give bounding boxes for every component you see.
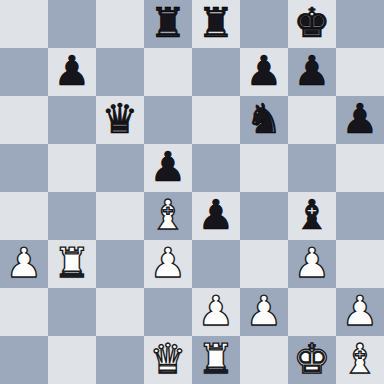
square-f4[interactable] (240, 192, 288, 240)
square-e6[interactable] (192, 96, 240, 144)
black-pawn[interactable]: ♟ (54, 47, 91, 95)
square-g4[interactable]: ♝ (288, 192, 336, 240)
square-d7[interactable] (144, 48, 192, 96)
square-f3[interactable] (240, 240, 288, 288)
white-king[interactable]: ♚ (294, 335, 331, 383)
square-b8[interactable] (48, 0, 96, 48)
square-g7[interactable]: ♟ (288, 48, 336, 96)
square-a5[interactable] (0, 144, 48, 192)
square-h6[interactable]: ♟ (336, 96, 384, 144)
square-h4[interactable] (336, 192, 384, 240)
square-h1[interactable]: ♝ (336, 336, 384, 384)
square-g2[interactable] (288, 288, 336, 336)
square-e8[interactable]: ♜ (192, 0, 240, 48)
square-e1[interactable]: ♜ (192, 336, 240, 384)
square-f6[interactable]: ♞ (240, 96, 288, 144)
square-f7[interactable]: ♟ (240, 48, 288, 96)
square-e5[interactable] (192, 144, 240, 192)
square-h2[interactable]: ♟ (336, 288, 384, 336)
square-b5[interactable] (48, 144, 96, 192)
square-h3[interactable] (336, 240, 384, 288)
square-h8[interactable] (336, 0, 384, 48)
white-pawn[interactable]: ♟ (342, 287, 379, 335)
square-b3[interactable]: ♜ (48, 240, 96, 288)
square-e3[interactable] (192, 240, 240, 288)
square-c5[interactable] (96, 144, 144, 192)
square-d1[interactable]: ♛ (144, 336, 192, 384)
square-g3[interactable]: ♟ (288, 240, 336, 288)
square-a3[interactable]: ♟ (0, 240, 48, 288)
square-d5[interactable]: ♟ (144, 144, 192, 192)
white-pawn[interactable]: ♟ (246, 287, 283, 335)
square-c4[interactable] (96, 192, 144, 240)
square-a1[interactable] (0, 336, 48, 384)
white-rook[interactable]: ♜ (54, 239, 91, 287)
square-c6[interactable]: ♛ (96, 96, 144, 144)
black-rook[interactable]: ♜ (150, 0, 187, 47)
square-a6[interactable] (0, 96, 48, 144)
square-f5[interactable] (240, 144, 288, 192)
square-g6[interactable] (288, 96, 336, 144)
square-a7[interactable] (0, 48, 48, 96)
square-c2[interactable] (96, 288, 144, 336)
black-pawn[interactable]: ♟ (198, 191, 235, 239)
white-queen[interactable]: ♛ (150, 335, 187, 383)
square-b4[interactable] (48, 192, 96, 240)
square-g1[interactable]: ♚ (288, 336, 336, 384)
white-bishop[interactable]: ♝ (342, 335, 379, 383)
black-queen[interactable]: ♛ (102, 95, 139, 143)
black-pawn[interactable]: ♟ (342, 95, 379, 143)
black-pawn[interactable]: ♟ (294, 47, 331, 95)
square-d4[interactable]: ♝ (144, 192, 192, 240)
chess-board: ♜♜♚♟♟♟♛♞♟♟♝♟♝♟♜♟♟♟♟♟♛♜♚♝ (0, 0, 384, 384)
black-rook[interactable]: ♜ (198, 0, 235, 47)
black-knight[interactable]: ♞ (246, 95, 283, 143)
white-rook[interactable]: ♜ (198, 335, 235, 383)
square-f2[interactable]: ♟ (240, 288, 288, 336)
square-e7[interactable] (192, 48, 240, 96)
black-pawn[interactable]: ♟ (150, 143, 187, 191)
square-e2[interactable]: ♟ (192, 288, 240, 336)
square-b1[interactable] (48, 336, 96, 384)
square-b7[interactable]: ♟ (48, 48, 96, 96)
square-c8[interactable] (96, 0, 144, 48)
square-d2[interactable] (144, 288, 192, 336)
black-bishop[interactable]: ♝ (294, 191, 331, 239)
white-pawn[interactable]: ♟ (150, 239, 187, 287)
square-a4[interactable] (0, 192, 48, 240)
square-g5[interactable] (288, 144, 336, 192)
white-pawn[interactable]: ♟ (6, 239, 43, 287)
square-d6[interactable] (144, 96, 192, 144)
square-f1[interactable] (240, 336, 288, 384)
square-h5[interactable] (336, 144, 384, 192)
square-c7[interactable] (96, 48, 144, 96)
white-pawn[interactable]: ♟ (198, 287, 235, 335)
square-f8[interactable] (240, 0, 288, 48)
white-pawn[interactable]: ♟ (294, 239, 331, 287)
square-b6[interactable] (48, 96, 96, 144)
square-d3[interactable]: ♟ (144, 240, 192, 288)
white-bishop[interactable]: ♝ (150, 191, 187, 239)
chess-board-container: ♜♜♚♟♟♟♛♞♟♟♝♟♝♟♜♟♟♟♟♟♛♜♚♝ (0, 0, 384, 384)
square-a2[interactable] (0, 288, 48, 336)
black-pawn[interactable]: ♟ (246, 47, 283, 95)
square-c3[interactable] (96, 240, 144, 288)
square-e4[interactable]: ♟ (192, 192, 240, 240)
square-g8[interactable]: ♚ (288, 0, 336, 48)
square-d8[interactable]: ♜ (144, 0, 192, 48)
square-c1[interactable] (96, 336, 144, 384)
square-a8[interactable] (0, 0, 48, 48)
square-h7[interactable] (336, 48, 384, 96)
square-b2[interactable] (48, 288, 96, 336)
black-king[interactable]: ♚ (294, 0, 331, 47)
